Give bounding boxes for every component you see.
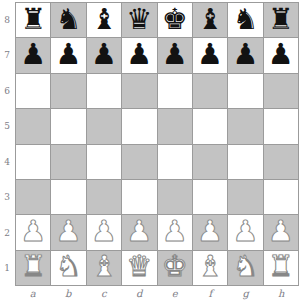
white-king-piece[interactable]: ♚ <box>162 252 188 281</box>
square-c7[interactable]: ♟ <box>87 38 121 72</box>
square-h2[interactable]: ♟ <box>264 215 298 249</box>
square-c5[interactable] <box>87 109 121 143</box>
rank-label-7: 7 <box>0 38 14 74</box>
square-f5[interactable] <box>193 109 227 143</box>
white-pawn-piece[interactable]: ♟ <box>197 217 223 246</box>
white-pawn-piece[interactable]: ♟ <box>56 217 82 246</box>
black-pawn-piece[interactable]: ♟ <box>20 40 46 69</box>
black-pawn-piece[interactable]: ♟ <box>126 40 152 69</box>
square-g5[interactable] <box>228 109 262 143</box>
white-rook-piece[interactable]: ♜ <box>268 252 294 281</box>
black-pawn-piece[interactable]: ♟ <box>268 40 294 69</box>
square-h7[interactable]: ♟ <box>264 38 298 72</box>
white-pawn-piece[interactable]: ♟ <box>232 217 258 246</box>
file-label-e: e <box>157 287 193 300</box>
square-f6[interactable] <box>193 74 227 108</box>
square-d1[interactable]: ♛ <box>122 251 156 285</box>
square-c2[interactable]: ♟ <box>87 215 121 249</box>
square-a5[interactable] <box>16 109 50 143</box>
file-label-d: d <box>122 287 158 300</box>
square-a3[interactable] <box>16 180 50 214</box>
square-c3[interactable] <box>87 180 121 214</box>
square-e1[interactable]: ♚ <box>158 251 192 285</box>
white-knight-piece[interactable]: ♞ <box>56 252 82 281</box>
white-pawn-piece[interactable]: ♟ <box>268 217 294 246</box>
black-knight-piece[interactable]: ♞ <box>56 5 82 34</box>
white-bishop-piece[interactable]: ♝ <box>197 252 223 281</box>
square-f3[interactable] <box>193 180 227 214</box>
black-bishop-piece[interactable]: ♝ <box>91 5 117 34</box>
rank-label-8: 8 <box>0 2 14 38</box>
file-label-g: g <box>228 287 264 300</box>
black-pawn-piece[interactable]: ♟ <box>197 40 223 69</box>
square-c4[interactable] <box>87 145 121 179</box>
black-rook-piece[interactable]: ♜ <box>268 5 294 34</box>
square-f8[interactable]: ♝ <box>193 3 227 37</box>
black-knight-piece[interactable]: ♞ <box>232 5 258 34</box>
square-g1[interactable]: ♞ <box>228 251 262 285</box>
square-c1[interactable]: ♝ <box>87 251 121 285</box>
file-labels: abcdefgh <box>15 287 299 300</box>
square-b6[interactable] <box>51 74 85 108</box>
square-c6[interactable] <box>87 74 121 108</box>
square-b8[interactable]: ♞ <box>51 3 85 37</box>
black-bishop-piece[interactable]: ♝ <box>197 5 223 34</box>
rank-label-2: 2 <box>0 215 14 251</box>
white-pawn-piece[interactable]: ♟ <box>162 217 188 246</box>
square-a8[interactable]: ♜ <box>16 3 50 37</box>
square-h4[interactable] <box>264 145 298 179</box>
chess-diagram: 87654321 ♜♞♝♛♚♝♞♜♟♟♟♟♟♟♟♟♟♟♟♟♟♟♟♟♜♞♝♛♚♝♞… <box>0 0 300 300</box>
square-a2[interactable]: ♟ <box>16 215 50 249</box>
square-f4[interactable] <box>193 145 227 179</box>
square-d7[interactable]: ♟ <box>122 38 156 72</box>
rank-label-6: 6 <box>0 73 14 109</box>
white-rook-piece[interactable]: ♜ <box>20 252 46 281</box>
black-queen-piece[interactable]: ♛ <box>126 5 152 34</box>
square-g7[interactable]: ♟ <box>228 38 262 72</box>
black-king-piece[interactable]: ♚ <box>162 5 188 34</box>
square-h8[interactable]: ♜ <box>264 3 298 37</box>
square-f2[interactable]: ♟ <box>193 215 227 249</box>
rank-labels: 87654321 <box>0 2 14 286</box>
rank-label-1: 1 <box>0 251 14 287</box>
square-a7[interactable]: ♟ <box>16 38 50 72</box>
square-b3[interactable] <box>51 180 85 214</box>
square-h1[interactable]: ♜ <box>264 251 298 285</box>
chess-board: ♜♞♝♛♚♝♞♜♟♟♟♟♟♟♟♟♟♟♟♟♟♟♟♟♜♞♝♛♚♝♞♜ <box>15 2 299 286</box>
black-pawn-piece[interactable]: ♟ <box>91 40 117 69</box>
square-d6[interactable] <box>122 74 156 108</box>
file-label-c: c <box>86 287 122 300</box>
white-bishop-piece[interactable]: ♝ <box>91 252 117 281</box>
file-label-a: a <box>15 287 51 300</box>
file-label-f: f <box>193 287 229 300</box>
square-h5[interactable] <box>264 109 298 143</box>
black-pawn-piece[interactable]: ♟ <box>56 40 82 69</box>
square-b7[interactable]: ♟ <box>51 38 85 72</box>
white-pawn-piece[interactable]: ♟ <box>91 217 117 246</box>
black-pawn-piece[interactable]: ♟ <box>232 40 258 69</box>
square-b1[interactable]: ♞ <box>51 251 85 285</box>
square-a6[interactable] <box>16 74 50 108</box>
square-f1[interactable]: ♝ <box>193 251 227 285</box>
rank-label-3: 3 <box>0 180 14 216</box>
square-a4[interactable] <box>16 145 50 179</box>
square-g4[interactable] <box>228 145 262 179</box>
square-d4[interactable] <box>122 145 156 179</box>
square-c8[interactable]: ♝ <box>87 3 121 37</box>
square-d2[interactable]: ♟ <box>122 215 156 249</box>
square-e4[interactable] <box>158 145 192 179</box>
square-e8[interactable]: ♚ <box>158 3 192 37</box>
square-g2[interactable]: ♟ <box>228 215 262 249</box>
black-rook-piece[interactable]: ♜ <box>20 5 46 34</box>
square-d3[interactable] <box>122 180 156 214</box>
square-e5[interactable] <box>158 109 192 143</box>
white-knight-piece[interactable]: ♞ <box>232 252 258 281</box>
file-label-h: h <box>264 287 300 300</box>
square-g3[interactable] <box>228 180 262 214</box>
square-g6[interactable] <box>228 74 262 108</box>
square-e3[interactable] <box>158 180 192 214</box>
white-queen-piece[interactable]: ♛ <box>126 252 152 281</box>
rank-label-5: 5 <box>0 109 14 145</box>
square-b4[interactable] <box>51 145 85 179</box>
square-f7[interactable]: ♟ <box>193 38 227 72</box>
square-e7[interactable]: ♟ <box>158 38 192 72</box>
white-pawn-piece[interactable]: ♟ <box>20 217 46 246</box>
rank-label-4: 4 <box>0 144 14 180</box>
square-d5[interactable] <box>122 109 156 143</box>
square-e2[interactable]: ♟ <box>158 215 192 249</box>
square-g8[interactable]: ♞ <box>228 3 262 37</box>
square-h3[interactable] <box>264 180 298 214</box>
black-pawn-piece[interactable]: ♟ <box>162 40 188 69</box>
square-h6[interactable] <box>264 74 298 108</box>
square-e6[interactable] <box>158 74 192 108</box>
square-b2[interactable]: ♟ <box>51 215 85 249</box>
white-pawn-piece[interactable]: ♟ <box>126 217 152 246</box>
square-b5[interactable] <box>51 109 85 143</box>
square-d8[interactable]: ♛ <box>122 3 156 37</box>
square-a1[interactable]: ♜ <box>16 251 50 285</box>
file-label-b: b <box>51 287 87 300</box>
